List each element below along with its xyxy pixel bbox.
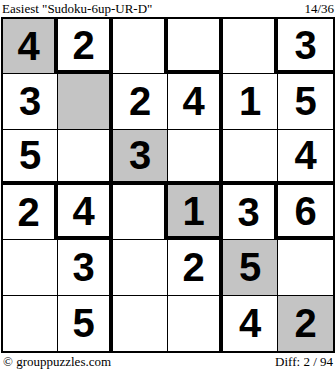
cell-r6c4[interactable] [168,296,223,351]
cell-r5c6[interactable] [278,240,333,295]
cell-r5c5[interactable]: 5 [223,240,278,295]
cell-r1c2[interactable]: 2 [58,19,113,74]
empty-cell-counter: 14/36 [304,0,334,17]
sudoku-board: 4233241553424136325542 [1,17,335,353]
cell-r6c6[interactable]: 2 [278,296,333,351]
cell-r2c1[interactable]: 3 [3,74,58,129]
cell-r1c3[interactable] [113,19,168,74]
copyright-text: © grouppuzzles.com [3,353,111,370]
cell-r5c2[interactable]: 3 [58,240,113,295]
difficulty-text: Diff: 2 / 94 [275,353,333,370]
cell-r6c2[interactable]: 5 [58,296,113,351]
cell-r1c5[interactable] [223,19,278,74]
cell-r5c1[interactable] [3,240,58,295]
cell-r3c3[interactable]: 3 [113,130,168,185]
cell-r2c4[interactable]: 4 [168,74,223,129]
cell-r4c6[interactable]: 6 [278,185,333,240]
cell-r2c5[interactable]: 1 [223,74,278,129]
cell-r2c6[interactable]: 5 [278,74,333,129]
cell-r4c2[interactable]: 4 [58,185,113,240]
cell-r4c4[interactable]: 1 [168,185,223,240]
cell-r3c6[interactable]: 4 [278,130,333,185]
cell-r1c4[interactable] [168,19,223,74]
cell-r5c3[interactable] [113,240,168,295]
cell-r6c1[interactable] [3,296,58,351]
cell-r2c2[interactable] [58,74,113,129]
cell-r3c2[interactable] [58,130,113,185]
cell-r3c5[interactable] [223,130,278,185]
cell-r2c3[interactable]: 2 [113,74,168,129]
cell-r3c1[interactable]: 5 [3,130,58,185]
cell-r5c4[interactable]: 2 [168,240,223,295]
cell-r1c1[interactable]: 4 [3,19,58,74]
footer: © grouppuzzles.com Diff: 2 / 94 [0,353,336,370]
puzzle-page: Easiest "Sudoku-6up-UR-D" 14/36 42332415… [0,0,336,370]
cell-r4c1[interactable]: 2 [3,185,58,240]
cell-r4c5[interactable]: 3 [223,185,278,240]
cell-r3c4[interactable] [168,130,223,185]
cell-r6c5[interactable]: 4 [223,296,278,351]
header: Easiest "Sudoku-6up-UR-D" 14/36 [0,0,336,17]
cell-r6c3[interactable] [113,296,168,351]
puzzle-title: Easiest "Sudoku-6up-UR-D" [2,0,152,17]
cell-r1c6[interactable]: 3 [278,19,333,74]
cell-r4c3[interactable] [113,185,168,240]
